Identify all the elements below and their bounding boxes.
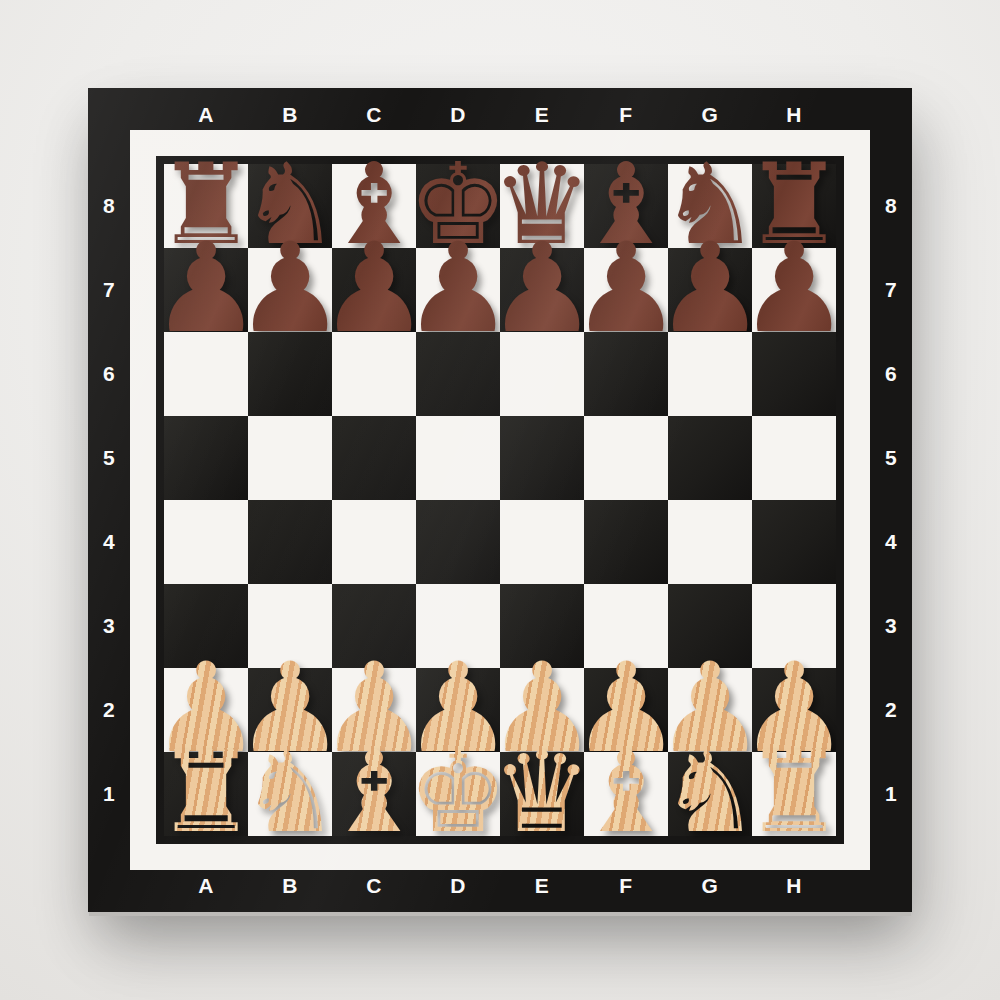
rank-label-6: 6 <box>870 332 912 416</box>
file-label-g: G <box>668 88 752 130</box>
rank-label-8: 8 <box>870 164 912 248</box>
rank-label-3: 3 <box>870 584 912 668</box>
chess-board-panel: ABCDEFGH ABCDEFGH 87654321 87654321 ♜♞♝♚… <box>88 88 912 912</box>
file-label-h: H <box>752 870 836 912</box>
file-label-a: A <box>164 88 248 130</box>
square-f1[interactable]: ♝ <box>584 752 668 836</box>
rank-labels-left: 87654321 <box>88 164 130 836</box>
file-label-a: A <box>164 870 248 912</box>
square-c5[interactable] <box>332 416 416 500</box>
square-h6[interactable] <box>752 332 836 416</box>
square-b4[interactable] <box>248 500 332 584</box>
rank-label-6: 6 <box>88 332 130 416</box>
square-c1[interactable]: ♝ <box>332 752 416 836</box>
rank-label-3: 3 <box>88 584 130 668</box>
square-e4[interactable] <box>500 500 584 584</box>
file-label-c: C <box>332 88 416 130</box>
rank-label-1: 1 <box>870 752 912 836</box>
file-label-g: G <box>668 870 752 912</box>
square-g5[interactable] <box>668 416 752 500</box>
square-f6[interactable] <box>584 332 668 416</box>
square-d5[interactable] <box>416 416 500 500</box>
square-g6[interactable] <box>668 332 752 416</box>
square-e6[interactable] <box>500 332 584 416</box>
square-a4[interactable] <box>164 500 248 584</box>
square-a1[interactable]: ♜ <box>164 752 248 836</box>
file-label-d: D <box>416 870 500 912</box>
file-label-f: F <box>584 870 668 912</box>
file-label-d: D <box>416 88 500 130</box>
square-b1[interactable]: ♞ <box>248 752 332 836</box>
square-a6[interactable] <box>164 332 248 416</box>
rank-label-2: 2 <box>88 668 130 752</box>
chess-board-grid: ♜♞♝♚♛♝♞♜♟♟♟♟♟♟♟♟♟♟♟♟♟♟♟♟♜♞♝♚♛♝♞♜ <box>164 164 836 836</box>
file-label-c: C <box>332 870 416 912</box>
file-label-b: B <box>248 870 332 912</box>
square-e1[interactable]: ♛ <box>500 752 584 836</box>
rank-label-5: 5 <box>88 416 130 500</box>
square-h7[interactable]: ♟ <box>752 248 836 332</box>
square-e5[interactable] <box>500 416 584 500</box>
file-label-f: F <box>584 88 668 130</box>
square-a5[interactable] <box>164 416 248 500</box>
rank-label-4: 4 <box>870 500 912 584</box>
square-f5[interactable] <box>584 416 668 500</box>
square-c6[interactable] <box>332 332 416 416</box>
square-c4[interactable] <box>332 500 416 584</box>
rank-label-7: 7 <box>88 248 130 332</box>
rank-label-2: 2 <box>870 668 912 752</box>
square-d1[interactable]: ♚ <box>416 752 500 836</box>
file-labels-bottom: ABCDEFGH <box>164 870 836 912</box>
file-label-b: B <box>248 88 332 130</box>
rank-labels-right: 87654321 <box>870 164 912 836</box>
rank-label-4: 4 <box>88 500 130 584</box>
file-label-h: H <box>752 88 836 130</box>
file-label-e: E <box>500 88 584 130</box>
rank-label-1: 1 <box>88 752 130 836</box>
piece-white-rook: ♜ <box>744 736 844 848</box>
square-b5[interactable] <box>248 416 332 500</box>
square-d4[interactable] <box>416 500 500 584</box>
square-b6[interactable] <box>248 332 332 416</box>
rank-label-8: 8 <box>88 164 130 248</box>
square-d6[interactable] <box>416 332 500 416</box>
photo-background: ABCDEFGH ABCDEFGH 87654321 87654321 ♜♞♝♚… <box>0 0 1000 1000</box>
file-labels-top: ABCDEFGH <box>164 88 836 130</box>
rank-label-5: 5 <box>870 416 912 500</box>
square-h1[interactable]: ♜ <box>752 752 836 836</box>
file-label-e: E <box>500 870 584 912</box>
square-f4[interactable] <box>584 500 668 584</box>
square-h5[interactable] <box>752 416 836 500</box>
square-h4[interactable] <box>752 500 836 584</box>
square-g4[interactable] <box>668 500 752 584</box>
rank-label-7: 7 <box>870 248 912 332</box>
square-g1[interactable]: ♞ <box>668 752 752 836</box>
